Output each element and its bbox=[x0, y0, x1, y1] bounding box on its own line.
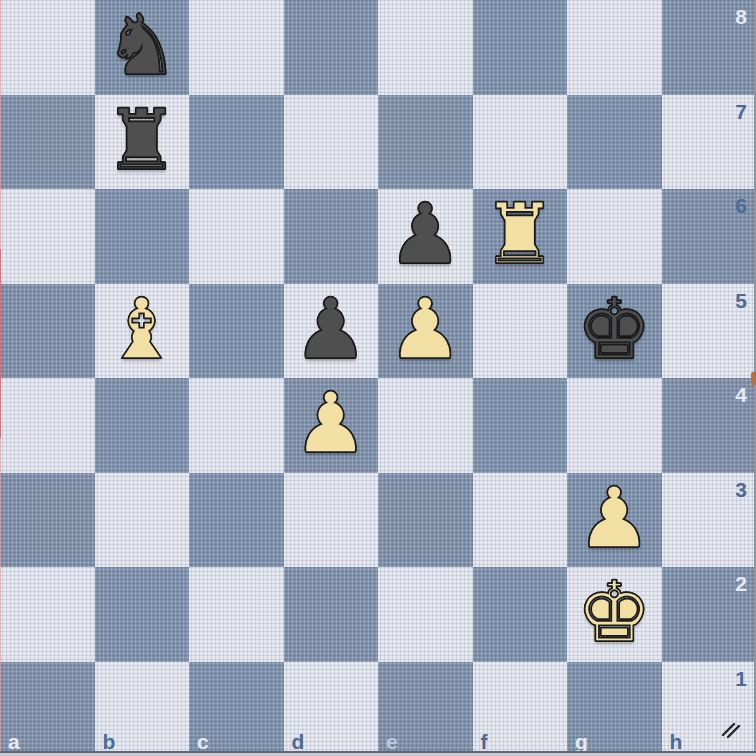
square-e4 bbox=[378, 378, 473, 473]
square-a4 bbox=[0, 378, 95, 473]
file-label-f: f bbox=[481, 731, 488, 752]
square-b7: ♜ bbox=[95, 95, 190, 190]
square-g7 bbox=[567, 95, 662, 190]
square-b5: ♝ bbox=[95, 284, 190, 379]
square-e8 bbox=[378, 0, 473, 95]
rank-label-8: 8 bbox=[735, 6, 747, 27]
square-f5 bbox=[473, 284, 568, 379]
square-b8: ♞ bbox=[95, 0, 190, 95]
square-b1: b bbox=[95, 662, 190, 756]
rank-label-3: 3 bbox=[735, 479, 747, 500]
square-h4: 4 bbox=[662, 378, 756, 473]
rank-label-4: 4 bbox=[735, 384, 747, 405]
rank-label-2: 2 bbox=[735, 573, 747, 594]
file-label-d: d bbox=[292, 731, 305, 752]
square-a1: a bbox=[0, 662, 95, 756]
piece-black-pawn-d5: ♟ bbox=[293, 282, 368, 376]
square-d8 bbox=[284, 0, 379, 95]
square-e7 bbox=[378, 95, 473, 190]
square-d3 bbox=[284, 473, 379, 568]
square-b3 bbox=[95, 473, 190, 568]
piece-white-bishop-b5: ♝ bbox=[104, 282, 179, 376]
square-f3 bbox=[473, 473, 568, 568]
square-e5: ♟ bbox=[378, 284, 473, 379]
piece-white-pawn-e5: ♟ bbox=[388, 282, 463, 376]
square-c5 bbox=[189, 284, 284, 379]
square-a3 bbox=[0, 473, 95, 568]
square-g6 bbox=[567, 189, 662, 284]
square-c7 bbox=[189, 95, 284, 190]
square-b6 bbox=[95, 189, 190, 284]
square-a2 bbox=[0, 567, 95, 662]
square-g3: ♟ bbox=[567, 473, 662, 568]
square-d2 bbox=[284, 567, 379, 662]
square-b4 bbox=[95, 378, 190, 473]
file-label-c: c bbox=[197, 731, 209, 752]
piece-black-pawn-e6: ♟ bbox=[388, 187, 463, 281]
edit-pencil-icon[interactable] bbox=[719, 715, 745, 745]
square-e6: ♟ bbox=[378, 189, 473, 284]
piece-white-pawn-g3: ♟ bbox=[577, 471, 652, 565]
file-label-a: a bbox=[8, 731, 20, 752]
square-e2 bbox=[378, 567, 473, 662]
square-f1: f bbox=[473, 662, 568, 756]
piece-black-knight-b8: ♞ bbox=[104, 0, 179, 92]
square-f8 bbox=[473, 0, 568, 95]
square-a8 bbox=[0, 0, 95, 95]
file-label-h: h bbox=[670, 731, 683, 752]
square-h7: 7 bbox=[662, 95, 756, 190]
rank-label-5: 5 bbox=[735, 290, 747, 311]
square-f2 bbox=[473, 567, 568, 662]
square-g8 bbox=[567, 0, 662, 95]
piece-black-rook-b7: ♜ bbox=[104, 93, 179, 187]
square-d4: ♟ bbox=[284, 378, 379, 473]
square-c4 bbox=[189, 378, 284, 473]
square-a7 bbox=[0, 95, 95, 190]
piece-white-pawn-d4: ♟ bbox=[293, 376, 368, 470]
rank-label-6: 6 bbox=[735, 195, 747, 216]
square-g2: ♚ bbox=[567, 567, 662, 662]
square-a5 bbox=[0, 284, 95, 379]
square-h8: 8 bbox=[662, 0, 756, 95]
file-label-g: g bbox=[575, 731, 588, 752]
file-label-b: b bbox=[103, 731, 116, 752]
piece-white-king-g2: ♚ bbox=[577, 565, 652, 659]
square-c1: c bbox=[189, 662, 284, 756]
square-b2 bbox=[95, 567, 190, 662]
rank-label-7: 7 bbox=[735, 101, 747, 122]
rank-label-1: 1 bbox=[735, 668, 747, 689]
piece-white-rook-f6: ♜ bbox=[482, 187, 557, 281]
square-g1: g bbox=[567, 662, 662, 756]
square-g5: ♚ bbox=[567, 284, 662, 379]
file-label-e: e bbox=[386, 731, 398, 752]
square-d6 bbox=[284, 189, 379, 284]
square-d7 bbox=[284, 95, 379, 190]
square-f6: ♜ bbox=[473, 189, 568, 284]
piece-black-king-g5: ♚ bbox=[577, 282, 652, 376]
square-f7 bbox=[473, 95, 568, 190]
chess-diagram: ♞8♜7♟♜6♝♟♟♚5♟4♟3♚2abcdefg1h bbox=[0, 0, 756, 756]
square-d1: d bbox=[284, 662, 379, 756]
square-g4 bbox=[567, 378, 662, 473]
square-h2: 2 bbox=[662, 567, 756, 662]
square-c8 bbox=[189, 0, 284, 95]
square-h3: 3 bbox=[662, 473, 756, 568]
square-d5: ♟ bbox=[284, 284, 379, 379]
square-e3 bbox=[378, 473, 473, 568]
square-h6: 6 bbox=[662, 189, 756, 284]
square-f4 bbox=[473, 378, 568, 473]
square-c2 bbox=[189, 567, 284, 662]
square-c3 bbox=[189, 473, 284, 568]
square-c6 bbox=[189, 189, 284, 284]
square-e1: e bbox=[378, 662, 473, 756]
square-a6 bbox=[0, 189, 95, 284]
chess-board: ♞8♜7♟♜6♝♟♟♚5♟4♟3♚2abcdefg1h bbox=[0, 0, 756, 756]
square-h5: 5 bbox=[662, 284, 756, 379]
